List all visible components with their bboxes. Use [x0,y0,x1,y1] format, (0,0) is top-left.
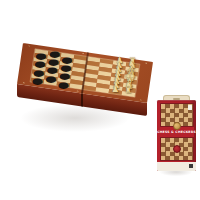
gold-medallion-logo [173,122,181,130]
box-title: CHESS & CHECKERS [157,130,196,134]
box-artwork-top [160,103,194,127]
inlay-dot [28,46,30,47]
black-checker-piece[interactable]: ● [58,80,69,87]
black-checker-piece[interactable]: ● [61,56,72,63]
black-checker-piece[interactable]: ● [45,74,56,81]
inlay-dot [145,63,147,64]
box-front-face: CHESS & CHECKERS [157,100,196,171]
inlay-dot [23,82,25,83]
black-checker-piece[interactable]: ● [59,72,70,79]
box-artwork-bottom [160,137,194,161]
inlay-dot [140,100,142,101]
chess-piece-R[interactable]: ♜ [124,86,132,95]
square-f1[interactable] [96,87,110,93]
box-bottom-strip [157,162,196,171]
black-checker-piece[interactable]: ● [48,58,59,65]
black-checker-piece[interactable]: ● [32,76,43,83]
black-checker-piece[interactable]: ● [60,64,71,71]
chess-piece-P[interactable]: ♟ [112,85,120,94]
red-seal-logo [173,145,181,153]
corner-badge [188,105,192,110]
square-e1[interactable] [83,85,97,91]
black-checker-piece[interactable]: ● [47,66,58,73]
black-checker-piece[interactable]: ● [33,68,44,75]
fold-seam-front [81,93,83,106]
black-checker-piece[interactable]: ● [34,60,45,67]
barcode [189,164,193,168]
hinge-screw [77,91,79,92]
black-checker-piece[interactable]: ● [49,50,60,57]
black-checker-piece[interactable]: ● [35,52,46,59]
hinge-screw [82,53,84,54]
retail-box: CHESS & CHECKERS [157,95,196,172]
product-photo: ●♟♜●●♟♞●♟♝●●♟♛●♟♚●●♟♝●♟♞●●♟♜ CHESS & CHE… [0,0,200,200]
